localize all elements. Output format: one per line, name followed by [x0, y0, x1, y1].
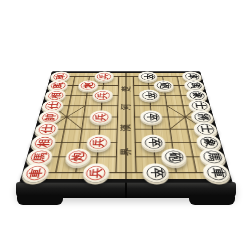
piece-ring: 兵: [94, 91, 110, 100]
piece-ring: 士: [190, 101, 208, 110]
piece-ring: 砲: [156, 82, 172, 90]
piece-red-soldier[interactable]: 兵: [94, 72, 114, 82]
piece-ring: 馬: [186, 82, 203, 90]
piece-ring: 卒: [141, 73, 156, 80]
piece-ring: 兵: [85, 166, 105, 180]
piece-character: 卒: [144, 92, 155, 98]
piece-ring: 馬: [29, 151, 51, 164]
piece-ring: 相: [47, 91, 64, 100]
piece-ring: 車: [205, 166, 228, 180]
case-fold-seam: [125, 182, 127, 198]
piece-black-cannon[interactable]: 砲: [161, 148, 188, 165]
piece-ring: 卒: [144, 137, 163, 149]
piece-red-cannon[interactable]: 炮: [64, 148, 91, 165]
piece-character: 車: [208, 168, 224, 178]
piece-ring: 兵: [89, 137, 108, 149]
piece-ring: 相: [33, 137, 54, 149]
piece-black-soldier[interactable]: 卒: [139, 90, 160, 102]
piece-ring: 帥: [40, 112, 59, 122]
product-photo-scene: 楚河漢界 車馬相仕帥仕相馬車炮炮兵兵兵兵兵卒卒卒卒卒砲砲車馬象士將士象馬車: [0, 0, 250, 250]
piece-character: 砲: [158, 83, 169, 89]
piece-character: 炮: [71, 152, 85, 161]
piece-character: 馬: [188, 83, 200, 89]
piece-character: 相: [36, 138, 50, 146]
piece-character: 馬: [205, 152, 220, 161]
piece-character: 士: [198, 125, 212, 133]
piece-ring: 車: [24, 166, 47, 180]
piece-ring: 馬: [49, 82, 66, 90]
case-foot-right: [189, 195, 235, 205]
xiangqi-board: 楚河漢界 車馬相仕帥仕相馬車炮炮兵兵兵兵兵卒卒卒卒卒砲砲車馬象士將士象馬車: [19, 71, 232, 182]
piece-ring: 卒: [142, 91, 158, 100]
piece-character: 兵: [95, 114, 107, 121]
piece-ring: 車: [52, 73, 68, 80]
piece-ring: 將: [193, 112, 212, 122]
piece-black-soldier[interactable]: 卒: [138, 72, 158, 82]
piece-red-chariot[interactable]: 車: [20, 163, 51, 182]
piece-ring: 車: [184, 73, 200, 80]
piece-ring: 士: [196, 124, 216, 135]
piece-character: 炮: [83, 83, 94, 89]
piece-character: 仕: [46, 103, 59, 109]
piece-ring: 砲: [164, 151, 184, 164]
piece-character: 仕: [40, 125, 54, 133]
piece-black-soldier[interactable]: 卒: [140, 110, 163, 123]
piece-ring: 仕: [44, 101, 62, 110]
piece-ring: 卒: [143, 112, 160, 122]
piece-black-chariot[interactable]: 車: [201, 163, 232, 182]
piece-black-cannon[interactable]: 砲: [154, 80, 175, 91]
piece-character: 士: [193, 103, 206, 109]
piece-character: 車: [186, 74, 197, 79]
piece-character: 相: [49, 92, 61, 98]
piece-black-soldier[interactable]: 卒: [143, 163, 171, 182]
piece-red-soldier[interactable]: 兵: [92, 90, 113, 102]
piece-ring: 兵: [92, 112, 109, 122]
piece-character: 將: [196, 114, 209, 121]
piece-character: 馬: [32, 152, 47, 161]
piece-character: 卒: [149, 168, 163, 178]
piece-character: 卒: [145, 114, 157, 121]
piece-ring: 象: [199, 137, 220, 149]
piece-red-cannon[interactable]: 炮: [77, 80, 98, 91]
case-foot-left: [17, 195, 63, 205]
piece-character: 卒: [147, 138, 160, 146]
piece-character: 砲: [167, 152, 181, 161]
piece-ring: 兵: [97, 73, 112, 80]
piece-character: 象: [202, 138, 216, 146]
piece-ring: 炮: [68, 151, 88, 164]
piece-red-soldier[interactable]: 兵: [86, 135, 111, 151]
piece-ring: 卒: [146, 166, 166, 180]
piece-ring: 象: [188, 91, 205, 100]
piece-ring: 馬: [202, 151, 224, 164]
piece-red-soldier[interactable]: 兵: [89, 110, 112, 123]
piece-character: 帥: [43, 114, 56, 121]
piece-character: 兵: [92, 138, 105, 146]
piece-character: 卒: [143, 74, 153, 79]
piece-character: 象: [191, 92, 203, 98]
piece-black-soldier[interactable]: 卒: [141, 135, 166, 151]
piece-character: 車: [28, 168, 44, 178]
piece-character: 兵: [97, 92, 108, 98]
piece-ring: 仕: [37, 124, 57, 135]
piece-layer: 車馬相仕帥仕相馬車炮炮兵兵兵兵兵卒卒卒卒卒砲砲車馬象士將士象馬車: [36, 76, 217, 172]
piece-red-soldier[interactable]: 兵: [82, 163, 110, 182]
piece-character: 兵: [99, 74, 109, 79]
piece-ring: 炮: [80, 82, 96, 90]
piece-character: 馬: [52, 83, 64, 89]
piece-character: 兵: [89, 168, 103, 178]
piece-character: 車: [55, 74, 66, 79]
